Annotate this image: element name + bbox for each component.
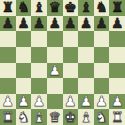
square-a4[interactable] xyxy=(0,63,16,79)
piece-white-pawn[interactable]: ♟ xyxy=(2,94,15,109)
piece-white-pawn[interactable]: ♟ xyxy=(95,94,108,109)
square-h8[interactable]: ♜ xyxy=(109,0,125,16)
square-d8[interactable]: ♛ xyxy=(47,0,63,16)
piece-white-rook[interactable]: ♜ xyxy=(2,110,15,125)
square-e1[interactable]: ♚ xyxy=(63,109,79,125)
piece-black-pawn[interactable]: ♟ xyxy=(48,16,61,31)
square-e3[interactable] xyxy=(63,78,79,94)
square-h5[interactable] xyxy=(109,47,125,63)
square-a6[interactable] xyxy=(0,31,16,47)
square-b3[interactable] xyxy=(16,78,32,94)
piece-white-king[interactable]: ♚ xyxy=(64,110,77,125)
piece-black-pawn[interactable]: ♟ xyxy=(2,16,15,31)
square-c2[interactable]: ♟ xyxy=(31,94,47,110)
square-a7[interactable]: ♟ xyxy=(0,16,16,32)
piece-black-bishop[interactable]: ♝ xyxy=(80,0,93,15)
square-c7[interactable]: ♟ xyxy=(31,16,47,32)
square-b6[interactable] xyxy=(16,31,32,47)
square-e7[interactable]: ♟ xyxy=(63,16,79,32)
square-d5[interactable] xyxy=(47,47,63,63)
square-b2[interactable]: ♟ xyxy=(16,94,32,110)
square-f4[interactable] xyxy=(78,63,94,79)
square-c3[interactable] xyxy=(31,78,47,94)
square-d1[interactable]: ♛ xyxy=(47,109,63,125)
square-d6[interactable] xyxy=(47,31,63,47)
piece-black-rook[interactable]: ♜ xyxy=(111,0,124,15)
square-d4[interactable]: ♟ xyxy=(47,63,63,79)
piece-white-knight[interactable]: ♞ xyxy=(17,110,30,125)
square-g6[interactable] xyxy=(94,31,110,47)
piece-black-pawn[interactable]: ♟ xyxy=(111,16,124,31)
square-a2[interactable]: ♟ xyxy=(0,94,16,110)
square-b5[interactable] xyxy=(16,47,32,63)
piece-white-bishop[interactable]: ♝ xyxy=(80,110,93,125)
square-d2[interactable] xyxy=(47,94,63,110)
square-b8[interactable]: ♞ xyxy=(16,0,32,16)
square-h4[interactable] xyxy=(109,63,125,79)
piece-black-pawn[interactable]: ♟ xyxy=(33,16,46,31)
square-h1[interactable]: ♜ xyxy=(109,109,125,125)
square-h7[interactable]: ♟ xyxy=(109,16,125,32)
square-e4[interactable] xyxy=(63,63,79,79)
square-a8[interactable]: ♜ xyxy=(0,0,16,16)
square-f2[interactable]: ♟ xyxy=(78,94,94,110)
square-b4[interactable] xyxy=(16,63,32,79)
piece-black-king[interactable]: ♚ xyxy=(64,0,77,15)
piece-black-queen[interactable]: ♛ xyxy=(48,0,61,15)
piece-black-pawn[interactable]: ♟ xyxy=(95,16,108,31)
square-g8[interactable]: ♞ xyxy=(94,0,110,16)
piece-white-pawn[interactable]: ♟ xyxy=(80,94,93,109)
piece-black-pawn[interactable]: ♟ xyxy=(80,16,93,31)
square-a1[interactable]: ♜ xyxy=(0,109,16,125)
square-e2[interactable]: ♟ xyxy=(63,94,79,110)
piece-white-pawn[interactable]: ♟ xyxy=(17,94,30,109)
square-g2[interactable]: ♟ xyxy=(94,94,110,110)
square-f7[interactable]: ♟ xyxy=(78,16,94,32)
square-g4[interactable] xyxy=(94,63,110,79)
piece-white-pawn[interactable]: ♟ xyxy=(48,63,61,78)
square-e8[interactable]: ♚ xyxy=(63,0,79,16)
piece-black-knight[interactable]: ♞ xyxy=(95,0,108,15)
square-f8[interactable]: ♝ xyxy=(78,0,94,16)
square-d3[interactable] xyxy=(47,78,63,94)
piece-black-pawn[interactable]: ♟ xyxy=(17,16,30,31)
square-c1[interactable]: ♝ xyxy=(31,109,47,125)
square-f3[interactable] xyxy=(78,78,94,94)
square-c4[interactable] xyxy=(31,63,47,79)
piece-white-knight[interactable]: ♞ xyxy=(95,110,108,125)
square-c6[interactable] xyxy=(31,31,47,47)
piece-white-pawn[interactable]: ♟ xyxy=(33,94,46,109)
piece-white-bishop[interactable]: ♝ xyxy=(33,110,46,125)
square-c5[interactable] xyxy=(31,47,47,63)
square-h2[interactable]: ♟ xyxy=(109,94,125,110)
square-a5[interactable] xyxy=(0,47,16,63)
square-g3[interactable] xyxy=(94,78,110,94)
square-f5[interactable] xyxy=(78,47,94,63)
square-g5[interactable] xyxy=(94,47,110,63)
square-h6[interactable] xyxy=(109,31,125,47)
piece-black-bishop[interactable]: ♝ xyxy=(33,0,46,15)
square-a3[interactable] xyxy=(0,78,16,94)
piece-black-knight[interactable]: ♞ xyxy=(17,0,30,15)
square-e5[interactable] xyxy=(63,47,79,63)
piece-black-rook[interactable]: ♜ xyxy=(2,0,15,15)
piece-white-pawn[interactable]: ♟ xyxy=(111,94,124,109)
piece-black-pawn[interactable]: ♟ xyxy=(64,16,77,31)
square-h3[interactable] xyxy=(109,78,125,94)
square-d7[interactable]: ♟ xyxy=(47,16,63,32)
chess-board: ♜♞♝♛♚♝♞♜♟♟♟♟♟♟♟♟♟♟♟♟♟♟♟♟♜♞♝♛♚♝♞♜ xyxy=(0,0,125,125)
square-e6[interactable] xyxy=(63,31,79,47)
square-g7[interactable]: ♟ xyxy=(94,16,110,32)
piece-white-queen[interactable]: ♛ xyxy=(48,110,61,125)
square-f6[interactable] xyxy=(78,31,94,47)
square-c8[interactable]: ♝ xyxy=(31,0,47,16)
square-b1[interactable]: ♞ xyxy=(16,109,32,125)
square-f1[interactable]: ♝ xyxy=(78,109,94,125)
square-g1[interactable]: ♞ xyxy=(94,109,110,125)
square-b7[interactable]: ♟ xyxy=(16,16,32,32)
piece-white-pawn[interactable]: ♟ xyxy=(64,94,77,109)
piece-white-rook[interactable]: ♜ xyxy=(111,110,124,125)
